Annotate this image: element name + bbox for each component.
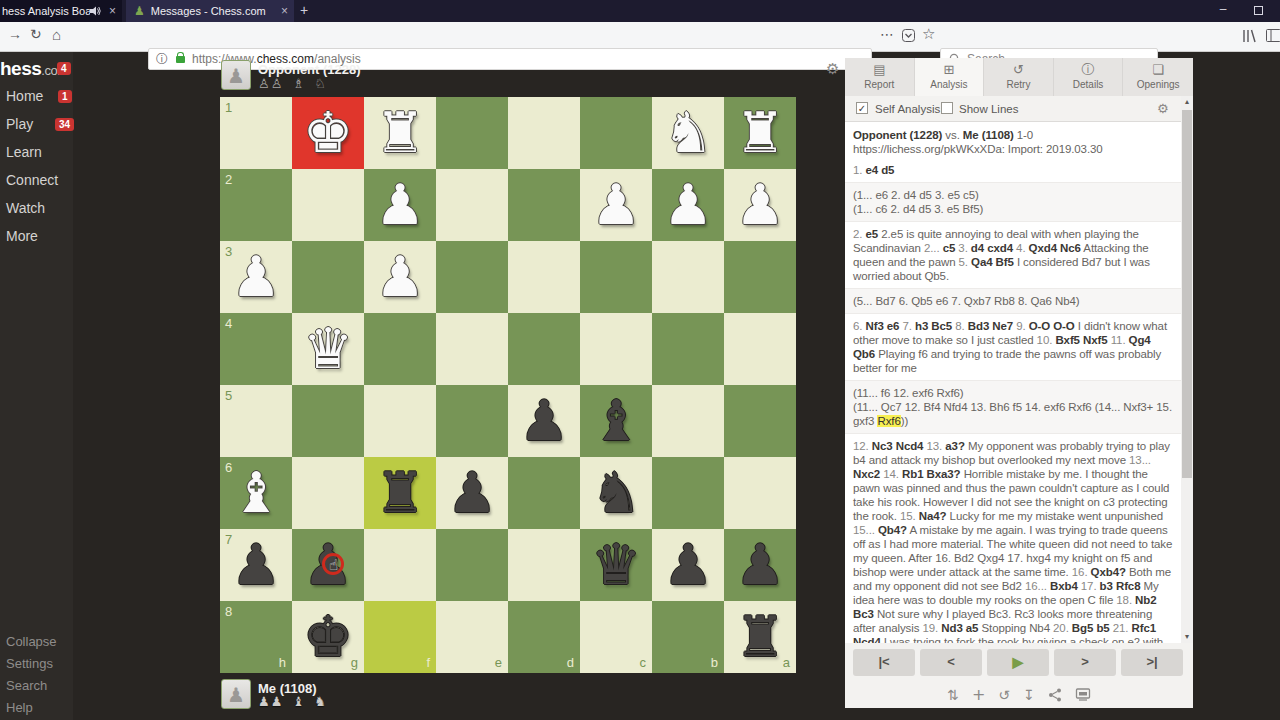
analysis-panel: ▤ Report ⊞ Analysis ↺ Retry ⓘ Details ❏ … [845,58,1193,708]
square-b5[interactable] [652,385,724,457]
board-settings-gear-icon[interactable]: ⚙ [826,60,839,78]
browser-tab-messages[interactable]: ♟ Messages - Chess.com × [126,0,294,22]
window-restore-button[interactable] [1254,6,1263,15]
square-e5[interactable] [436,385,508,457]
me-avatar[interactable]: ♟ [221,679,251,709]
square-c2[interactable]: ♟ [580,169,652,241]
square-b1[interactable]: ♞ [652,97,724,169]
square-c7[interactable]: ♛ [580,529,652,601]
square-d3[interactable] [508,241,580,313]
square-e8[interactable]: e [436,601,508,673]
retry-icon: ↺ [984,62,1053,77]
square-b2[interactable]: ♟ [652,169,724,241]
tab-retry[interactable]: ↺ Retry [984,58,1054,96]
sidebar-item-play[interactable]: Play [6,116,33,132]
details-info-icon: ⓘ [1054,62,1123,77]
square-b7[interactable]: ♟ [652,529,724,601]
last-move-button[interactable]: >| [1121,649,1183,676]
reload-icon[interactable]: ↻ [30,26,42,42]
comment-text: Lucky for me my mistake went unpunished [946,510,1163,522]
move-token[interactable]: 17. [1081,580,1100,592]
square-h4[interactable]: 4 [220,313,292,385]
square-a8[interactable]: a♜ [724,601,796,673]
black-knight[interactable]: ♞ [580,457,652,529]
tab-label: Analysis [915,79,984,90]
square-h2[interactable]: 2 [220,169,292,241]
move-token[interactable]: 5. [959,256,972,268]
tab-label: Retry [984,79,1053,90]
rank-label: 5 [225,388,232,403]
rank-label: 8 [225,604,232,619]
square-c4[interactable] [580,313,652,385]
chesscom-pawn-favicon: ♟ [134,4,145,18]
move-token[interactable]: O-O O-O [1029,320,1075,332]
movelist-block: (11... f6 12. exf6 Rxf6)(11... Qc7 12. B… [845,380,1181,433]
library-icon[interactable] [1242,29,1258,43]
move-token[interactable]: a3? [945,440,965,452]
comment-text: (5... Bd7 6. Qb5 e6 7. Qxb7 Rb8 8. Qa6 N… [853,295,1079,307]
square-e6[interactable]: ♟ [436,457,508,529]
page-actions-icon[interactable]: ⋯ [880,26,894,42]
engine-computer-icon[interactable] [1075,688,1091,701]
square-h5[interactable]: 5 [220,385,292,457]
scroll-up-arrow[interactable]: ▴ [1181,96,1193,108]
square-d8[interactable]: d [508,601,580,673]
tab-audio-icon[interactable] [90,6,101,16]
move-token[interactable]: 8. [955,320,968,332]
move-token[interactable]: 2. [853,228,866,240]
move-token[interactable]: Bd3 Ne7 [968,320,1013,332]
self-analysis-label: Self Analysis [875,103,940,115]
chesscom-sidebar: hess.com 4 Home 1 Play 34 Learn Connect … [0,52,73,720]
home-icon[interactable]: ⌂ [52,26,61,43]
analysis-settings-gear-icon[interactable]: ⚙ [1157,101,1169,116]
move-token[interactable]: Nxc2 [853,468,880,480]
captured-knight-icon: ♘ [314,76,327,91]
square-e7[interactable] [436,529,508,601]
chess-board[interactable]: 1♚♜♞♜2♟♟♟♟3♟♟4♛5♟♝6♝♜♟♞7♟♟♛♟♟8hg♚fedcba♜ [220,97,796,673]
move-token[interactable]: c5 [943,242,956,254]
square-d6[interactable] [508,457,580,529]
move-token[interactable]: e4 d5 [866,164,895,176]
move-token[interactable]: 19. [922,622,941,634]
move-token[interactable]: h3 Bc5 [915,320,952,332]
next-move-button[interactable]: > [1054,649,1116,676]
sidebar-item-home[interactable]: Home [6,88,43,104]
square-d1[interactable] [508,97,580,169]
move-token[interactable]: Nc3 Ncd4 [872,440,924,452]
move-token[interactable]: 4. [1016,242,1029,254]
square-e2[interactable] [436,169,508,241]
black-pawn[interactable]: ♟ [652,529,724,601]
move-token[interactable]: Nd3 a5 [941,622,978,634]
white-rook[interactable]: ♜ [364,97,436,169]
tab-report[interactable]: ▤ Report [845,58,915,96]
captured-pawns-icon: ♟♟ [258,694,283,709]
tab-title: hess Analysis Board and P [2,5,90,17]
square-f8[interactable]: f [364,601,436,673]
tab-label: Report [845,79,914,90]
square-a1[interactable]: ♜ [724,97,796,169]
comment-text: Stopping Nb4 [978,622,1053,634]
tab-openings[interactable]: ❏ Openings [1123,58,1193,96]
rank-label: 4 [225,316,232,331]
show-lines-checkbox[interactable] [941,102,953,114]
move-token[interactable]: Rb1 Bxa3? [902,468,961,480]
board-action-icons: ⇅ + ↺ ↧ [845,681,1193,708]
black-pawn[interactable]: ♟ [508,385,580,457]
play-button[interactable]: ▶ [987,649,1049,676]
file-label: c [640,655,647,670]
square-e3[interactable] [436,241,508,313]
square-e1[interactable] [436,97,508,169]
white-pawn[interactable]: ♟ [364,169,436,241]
previous-move-button[interactable]: < [920,649,982,676]
browser-toolbar: → ↻ ⌂ ⋯ ☆ ⓘ https://www.chess.com/analys… [0,22,1280,52]
square-a7[interactable]: ♟ [724,529,796,601]
rank-label: 1 [225,100,232,115]
black-player: Me (1108) [963,129,1014,141]
square-f2[interactable]: ♟ [364,169,436,241]
square-f5[interactable] [364,385,436,457]
move-token[interactable]: Nf3 e6 [866,320,900,332]
black-pawn[interactable]: ♟ [724,529,796,601]
movelist-block: (5... Bd7 6. Qb5 e6 7. Qxb7 Rb8 8. Qa6 N… [845,288,1181,313]
square-h8[interactable]: 8h [220,601,292,673]
me-captured-pieces: ♟♟ ♝ ♞ [258,694,327,709]
game-source: https://lichess.org/pkWKxXDa: Import: 20… [853,142,1173,156]
hand-cursor-icon: ☝ [329,556,338,574]
game-result: 1-0 [1014,129,1033,141]
download-icon[interactable]: ↧ [1023,687,1035,703]
move-token[interactable]: 3. [958,242,971,254]
square-f1[interactable]: ♜ [364,97,436,169]
notification-badge: 4 [57,62,71,75]
new-tab-button[interactable]: + [300,2,308,18]
sidebar-item-help[interactable]: Help [6,700,33,715]
square-f3[interactable]: ♟ [364,241,436,313]
tab-details[interactable]: ⓘ Details [1054,58,1124,96]
game-header: Opponent (1228) vs. Me (1108) 1-0 https:… [845,122,1181,158]
comment-text: (11... f6 12. exf6 Rxf6) [853,387,964,399]
white-queen[interactable]: ♛ [292,313,364,385]
square-h1[interactable]: 1 [220,97,292,169]
black-rook[interactable]: ♜ [724,601,796,673]
movelist-scrollbar[interactable]: ▴ ▾ [1181,96,1193,643]
square-g3[interactable] [292,241,364,313]
move-token[interactable]: Qb4? [878,524,907,536]
square-g1[interactable]: ♚ [292,97,364,169]
opponent-name[interactable]: Opponent (1228) [258,62,361,77]
square-b6[interactable] [652,457,724,529]
flip-board-icon[interactable]: ⇅ [947,687,959,703]
first-move-button[interactable]: |< [853,649,915,676]
move-token[interactable]: Bg5 b5 [1072,622,1110,634]
comment-text: (1... c6 2. d4 d5 3. e5 Bf5) [853,203,983,215]
rank-label: 2 [225,172,232,187]
tab-label: Details [1054,79,1123,90]
movelist-block: 1. e4 d5 [845,158,1181,182]
scroll-down-arrow[interactable]: ▾ [1181,631,1193,643]
black-rook[interactable]: ♜ [364,457,436,529]
move-token[interactable]: Qa4 Bf5 [971,256,1014,268]
move-token[interactable]: 18. [1116,594,1135,606]
move-navigation-bar: |< < ▶ > >| [845,643,1193,681]
tab-title: Messages - Chess.com [151,5,275,17]
vs-text: vs. [942,129,963,141]
square-g5[interactable] [292,385,364,457]
movelist-block: 12. Nc3 Ncd4 13. a3? My opponent was pro… [845,433,1181,643]
pocket-icon[interactable] [902,29,915,42]
move-token[interactable]: 20. [1053,622,1072,634]
movelist-block: 6. Nf3 e6 7. h3 Bc5 8. Bd3 Ne7 9. O-O O-… [845,313,1181,380]
file-label: h [279,655,286,670]
white-bishop[interactable]: ♝ [220,457,292,529]
https-padlock-icon[interactable] [176,56,185,63]
move-token[interactable]: 9. [1016,320,1029,332]
sidebar-item-watch[interactable]: Watch [6,200,45,216]
move-token[interactable]: Bxb4 [1050,580,1078,592]
comment-text: Playing f6 and trying to trade the pawns… [853,348,1161,374]
move-token[interactable]: 15. [900,510,919,522]
square-d7[interactable] [508,529,580,601]
tab-close-icon[interactable]: × [281,4,288,18]
window-minimize-button[interactable]: – [1208,0,1238,20]
play-badge: 34 [55,118,74,131]
white-pawn[interactable]: ♟ [364,241,436,313]
white-pawn[interactable]: ♟ [652,169,724,241]
black-pawn[interactable]: ♟ [220,529,292,601]
square-c8[interactable]: c [580,601,652,673]
white-pawn[interactable]: ♟ [580,169,652,241]
move-token[interactable]: 13... [1129,454,1151,466]
square-f6[interactable]: ♜ [364,457,436,529]
sidebar-toggle-icon[interactable] [1266,29,1280,42]
square-a4[interactable] [724,313,796,385]
square-g2[interactable] [292,169,364,241]
black-bishop[interactable]: ♝ [580,385,652,457]
square-a5[interactable] [724,385,796,457]
square-g4[interactable]: ♛ [292,313,364,385]
white-rook[interactable]: ♜ [724,97,796,169]
sidebar-item-settings[interactable]: Settings [6,656,53,671]
report-icon: ▤ [845,62,914,77]
move-token[interactable]: 14. [883,468,902,480]
browser-titlebar: hess Analysis Board and P × ♟ Messages -… [0,0,1280,22]
white-pawn[interactable]: ♟ [724,169,796,241]
square-a2[interactable]: ♟ [724,169,796,241]
move-token[interactable]: 7. [903,320,916,332]
square-d5[interactable]: ♟ [508,385,580,457]
share-icon[interactable] [1048,688,1062,702]
move-token[interactable]: 16... [1025,580,1050,592]
black-pawn[interactable]: ♟ [436,457,508,529]
tab-label: Openings [1123,79,1193,90]
square-g8[interactable]: g♚ [292,601,364,673]
square-c3[interactable] [580,241,652,313]
square-g6[interactable] [292,457,364,529]
add-icon[interactable]: + [972,685,985,704]
square-h7[interactable]: 7♟ [220,529,292,601]
comment-text: I was trying to fork the rook by giving … [853,636,1163,643]
move-token[interactable]: Na4? [919,510,947,522]
file-label: f [426,655,430,670]
openings-stack-icon: ❏ [1123,62,1193,77]
browser-tab-analysis[interactable]: hess Analysis Board and P × [0,0,122,22]
move-token[interactable]: 1. [853,164,866,176]
move-token[interactable]: 11. [1111,334,1129,346]
move-token[interactable]: 12. [853,440,872,452]
move-token[interactable]: 2... [924,242,943,254]
white-player: Opponent (1228) [853,129,942,141]
move-token[interactable]: e5 [866,228,879,240]
home-badge: 1 [58,90,72,103]
square-e4[interactable] [436,313,508,385]
move-token[interactable]: 21. [1113,622,1132,634]
scrollbar-thumb[interactable] [1182,110,1192,478]
black-king[interactable]: ♚ [292,601,364,673]
analysis-icon: ⊞ [915,62,984,77]
move-token[interactable]: Qxd4 Nc6 [1029,242,1081,254]
tab-analysis[interactable]: ⊞ Analysis [915,58,985,96]
movelist-block: (1... e6 2. d4 d5 3. e5 c5)(1... c6 2. d… [845,182,1181,221]
file-label: e [495,655,502,670]
captured-knight-icon: ♞ [314,694,327,709]
square-d4[interactable] [508,313,580,385]
move-list: Opponent (1228) vs. Me (1108) 1-0 https:… [845,122,1181,643]
captured-bishop-icon: ♝ [292,694,305,709]
self-analysis-checkbox[interactable]: ✓ [856,102,868,114]
file-label: b [711,655,718,670]
sidebar-item-search[interactable]: Search [6,678,47,693]
bookmark-star-icon[interactable]: ☆ [922,25,935,43]
sidebar-item-collapse[interactable]: Collapse [6,634,57,649]
square-a6[interactable] [724,457,796,529]
square-c6[interactable]: ♞ [580,457,652,529]
show-lines-label: Show Lines [959,103,1018,115]
square-f7[interactable] [364,529,436,601]
tab-close-icon[interactable]: × [109,4,116,18]
panel-tab-strip: ▤ Report ⊞ Analysis ↺ Retry ⓘ Details ❏ … [845,58,1193,96]
move-token[interactable]: 10. [1037,334,1056,346]
square-b8[interactable]: b [652,601,724,673]
forward-icon[interactable]: → [8,26,22,42]
move-token[interactable]: 15... [853,524,878,536]
captured-bishop-icon: ♗ [292,76,305,91]
move-token[interactable]: 13. [927,440,946,452]
square-c5[interactable]: ♝ [580,385,652,457]
square-h6[interactable]: 6♝ [220,457,292,529]
comment-text: )) [901,415,908,427]
movelist-block: 2. e5 2.e5 is quite annoying to deal wit… [845,221,1181,288]
square-b4[interactable] [652,313,724,385]
reset-icon[interactable]: ↺ [998,687,1010,703]
page-info-icon[interactable]: ⓘ [156,51,168,68]
square-d2[interactable] [508,169,580,241]
move-token[interactable]: d4 cxd4 [971,242,1013,254]
move-token[interactable]: Qxb4? [1091,566,1126,578]
square-f4[interactable] [364,313,436,385]
logo-text: hess [0,58,41,79]
move-token[interactable]: b3 Rfc8 [1100,580,1141,592]
white-knight[interactable]: ♞ [652,97,724,169]
move-token[interactable]: Bxf5 Nxf5 [1055,334,1107,346]
move-token[interactable]: 16. [1072,566,1091,578]
sidebar-item-more[interactable]: More [6,228,38,244]
square-a3[interactable] [724,241,796,313]
square-h3[interactable]: 3♟ [220,241,292,313]
captured-pawns-icon: ♙♙ [258,76,283,91]
square-b3[interactable] [652,241,724,313]
sidebar-item-connect[interactable]: Connect [6,172,58,188]
move-token[interactable]: Rxf6 [877,415,900,427]
white-pawn[interactable]: ♟ [220,241,292,313]
file-label: d [567,655,574,670]
opponent-captured-pieces: ♙♙ ♗ ♘ [258,76,327,91]
black-queen[interactable]: ♛ [580,529,652,601]
sidebar-item-learn[interactable]: Learn [6,144,42,160]
url-bar[interactable]: ⓘ https://www.chess.com/analysis [148,48,872,70]
analysis-options-row: ✓ Self Analysis Show Lines ⚙ [845,96,1193,122]
square-c1[interactable] [580,97,652,169]
comment-text: (1... e6 2. d4 d5 3. e5 c5) [853,189,979,201]
white-king[interactable]: ♚ [292,97,364,169]
opponent-avatar[interactable]: ♟ [221,60,251,90]
move-token[interactable]: 6. [853,320,866,332]
